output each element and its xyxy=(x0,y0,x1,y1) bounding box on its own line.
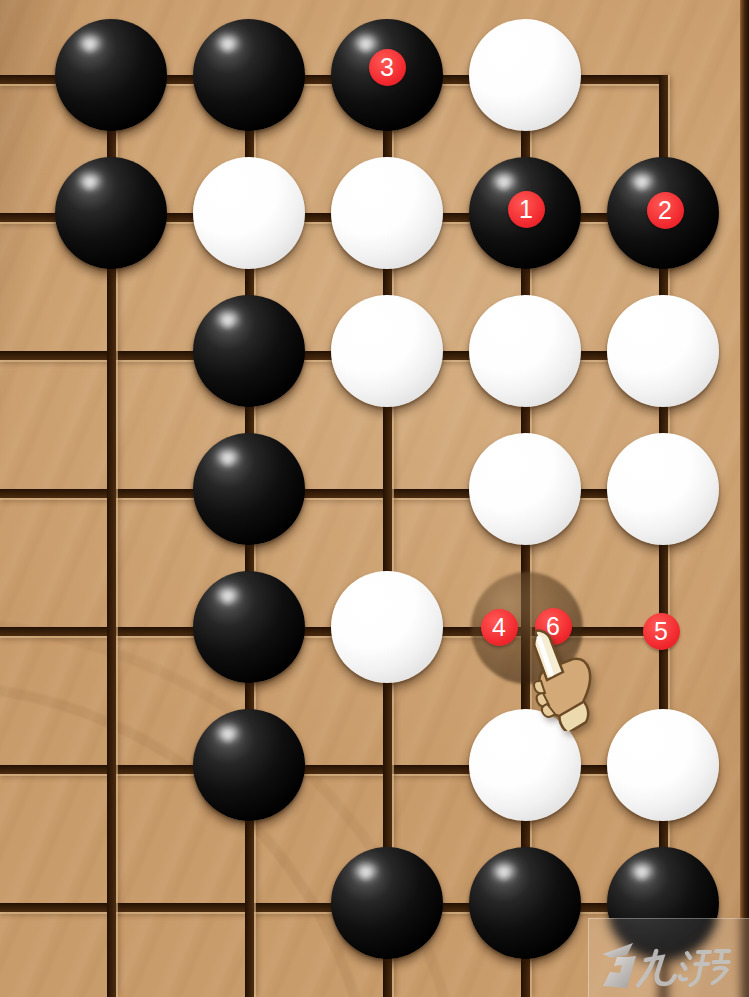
white-stone-E6 xyxy=(607,709,719,821)
white-stone-D1 xyxy=(469,19,581,131)
white-stone-C5 xyxy=(331,571,443,683)
go-board[interactable]: 123456 xyxy=(0,0,749,997)
black-stone-B6 xyxy=(193,709,305,821)
black-stone-A2 xyxy=(55,157,167,269)
white-stone-D4 xyxy=(469,433,581,545)
jiuyou-logo-icon xyxy=(597,938,747,994)
move-marker-3: 3 xyxy=(369,49,406,86)
move-marker-2: 2 xyxy=(647,192,684,229)
white-stone-D3 xyxy=(469,295,581,407)
screen: 123456 xyxy=(0,0,749,997)
black-stone-D7 xyxy=(469,847,581,959)
watermark xyxy=(597,938,747,997)
white-stone-E4 xyxy=(607,433,719,545)
move-marker-4: 4 xyxy=(481,609,518,646)
black-stone-B5 xyxy=(193,571,305,683)
white-stone-C2 xyxy=(331,157,443,269)
tap-hand-cursor xyxy=(524,629,600,735)
black-stone-A1 xyxy=(55,19,167,131)
board-right-edge xyxy=(740,0,749,997)
logo-g-glyph xyxy=(603,943,636,988)
move-marker-5: 5 xyxy=(643,613,680,650)
move-marker-1: 1 xyxy=(508,191,545,228)
white-stone-C3 xyxy=(331,295,443,407)
white-stone-B2 xyxy=(193,157,305,269)
white-stone-E3 xyxy=(607,295,719,407)
black-stone-B4 xyxy=(193,433,305,545)
black-stone-B3 xyxy=(193,295,305,407)
pointing-hand-icon xyxy=(524,629,600,731)
grid-layer: 123456 xyxy=(0,0,749,997)
black-stone-B1 xyxy=(193,19,305,131)
black-stone-C7 xyxy=(331,847,443,959)
